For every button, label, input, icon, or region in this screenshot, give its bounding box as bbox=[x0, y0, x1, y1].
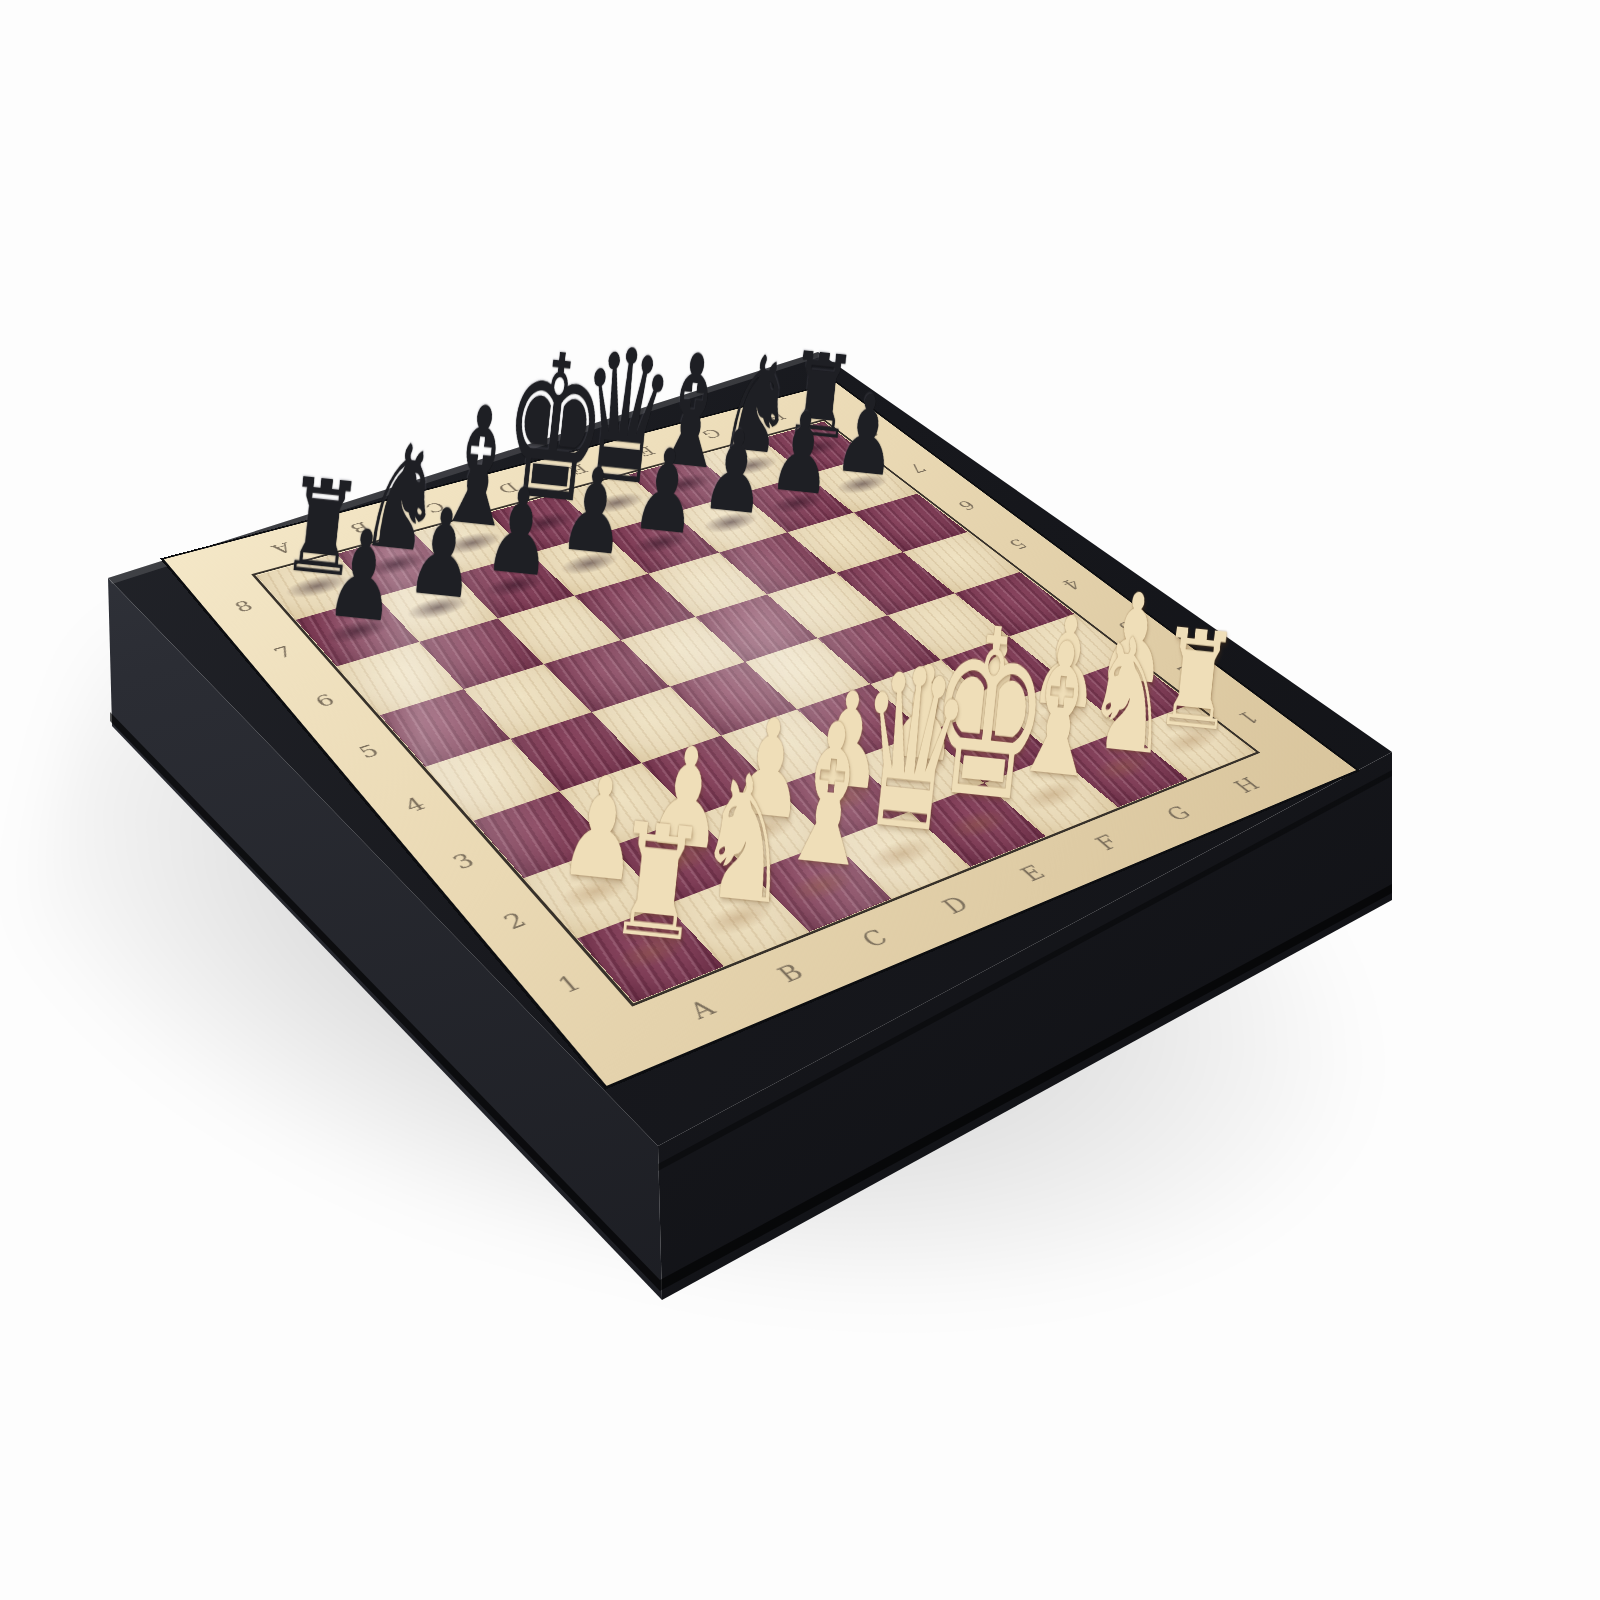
file-label-near-c: C bbox=[856, 925, 894, 952]
rank-label-left-6: 6 bbox=[311, 690, 340, 711]
rank-label-right-7: 7 bbox=[904, 461, 930, 476]
black-pawn-glyph: ♟ bbox=[766, 395, 838, 511]
rank-label-right-6: 6 bbox=[953, 497, 980, 513]
rank-label-left-7: 7 bbox=[269, 643, 297, 663]
file-label-near-e: E bbox=[1015, 861, 1051, 886]
black-pawn-glyph: ♟ bbox=[556, 450, 632, 572]
board-perspective-wrapper: AABBCCDDEEFFGGHH1122334455667788♜♞♝♚♛♝♞♜… bbox=[0, 0, 1600, 1600]
black-pawn-glyph: ♟ bbox=[403, 490, 482, 617]
rank-label-left-8: 8 bbox=[230, 597, 257, 616]
black-pawn-glyph: ♟ bbox=[628, 431, 703, 551]
file-label-near-b: B bbox=[772, 959, 809, 987]
file-label-near-g: G bbox=[1160, 802, 1196, 825]
file-label-near-d: D bbox=[937, 892, 975, 918]
file-label-near-h: H bbox=[1228, 774, 1265, 797]
rank-label-left-3: 3 bbox=[448, 849, 480, 873]
rank-label-left-2: 2 bbox=[498, 908, 531, 934]
black-pawn-glyph: ♟ bbox=[831, 378, 902, 492]
rank-label-left-1: 1 bbox=[552, 970, 586, 997]
rank-label-left-5: 5 bbox=[354, 741, 384, 763]
black-pawn-glyph: ♟ bbox=[322, 511, 403, 640]
rank-label-left-4: 4 bbox=[399, 793, 430, 816]
rank-label-right-5: 5 bbox=[1004, 536, 1032, 552]
rank-label-right-1: 1 bbox=[1232, 708, 1264, 728]
white-rook-glyph: ♜ bbox=[604, 800, 712, 964]
chessboard: AABBCCDDEEFFGGHH1122334455667788♜♞♝♚♛♝♞♜… bbox=[164, 383, 1356, 1086]
file-label-near-f: F bbox=[1090, 831, 1125, 854]
black-pawn-glyph: ♟ bbox=[481, 470, 559, 595]
black-pawn-glyph: ♟ bbox=[698, 413, 772, 531]
file-label-near-a: A bbox=[684, 995, 722, 1024]
scene: AABBCCDDEEFFGGHH1122334455667788♜♞♝♚♛♝♞♜… bbox=[0, 0, 1600, 1600]
